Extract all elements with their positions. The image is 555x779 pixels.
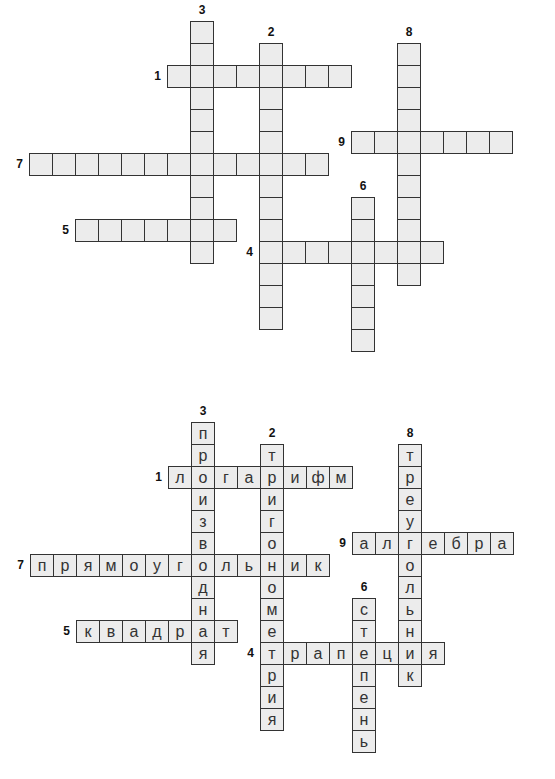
- letter-cell: а: [122, 620, 146, 643]
- grid-cell: [167, 65, 191, 88]
- letter-cell: у: [145, 554, 169, 577]
- grid-cell: [121, 219, 145, 242]
- grid-cell: [236, 153, 260, 176]
- letter-cell: м: [260, 598, 284, 621]
- grid-cell: [190, 219, 214, 242]
- grid-cell: [351, 197, 375, 220]
- grid-cell: [190, 241, 214, 264]
- clue-number: 1: [146, 466, 162, 489]
- clue-number: 5: [54, 620, 70, 643]
- letter-cell: п: [191, 422, 215, 445]
- grid-cell: [259, 131, 283, 154]
- letter-cell: ф: [306, 466, 330, 489]
- grid-cell: [397, 43, 421, 66]
- grid-cell: [397, 197, 421, 220]
- grid-cell: [420, 131, 444, 154]
- letter-cell: я: [421, 642, 445, 665]
- letter-cell: р: [260, 466, 284, 489]
- letter-cell: д: [191, 576, 215, 599]
- letter-cell: я: [191, 642, 215, 665]
- letter-cell: и: [283, 466, 307, 489]
- letter-cell: р: [53, 554, 77, 577]
- letter-cell: р: [168, 620, 192, 643]
- grid-cell: [213, 65, 237, 88]
- grid-cell: [259, 109, 283, 132]
- letter-cell: к: [76, 620, 100, 643]
- grid-cell: [351, 241, 375, 264]
- grid-cell: [328, 241, 352, 264]
- letter-cell: р: [283, 642, 307, 665]
- letter-cell: н: [352, 708, 376, 731]
- letter-cell: ь: [237, 554, 261, 577]
- clue-number: 4: [237, 241, 253, 264]
- grid-cell: [374, 241, 398, 264]
- letter-cell: о: [398, 554, 422, 577]
- grid-cell: [121, 153, 145, 176]
- grid-cell: [374, 131, 398, 154]
- letter-cell: и: [260, 686, 284, 709]
- letter-cell: е: [352, 686, 376, 709]
- clue-number: 6: [351, 179, 375, 194]
- grid-cell: [351, 307, 375, 330]
- letter-cell: л: [214, 554, 238, 577]
- grid-cell: [305, 241, 329, 264]
- letter-cell: ь: [352, 730, 376, 753]
- grid-cell: [98, 219, 122, 242]
- grid-cell: [259, 307, 283, 330]
- letter-cell: т: [398, 444, 422, 467]
- letter-cell: т: [260, 444, 284, 467]
- clue-number: 9: [330, 532, 346, 555]
- grid-cell: [144, 219, 168, 242]
- grid-cell: [167, 153, 191, 176]
- grid-cell: [75, 219, 99, 242]
- clue-number: 3: [191, 404, 215, 419]
- grid-cell: [190, 65, 214, 88]
- letter-cell: л: [375, 532, 399, 555]
- grid-cell: [259, 263, 283, 286]
- clue-number: 6: [352, 580, 376, 595]
- letter-cell: а: [191, 620, 215, 643]
- grid-cell: [420, 241, 444, 264]
- grid-cell: [98, 153, 122, 176]
- grid-cell: [282, 153, 306, 176]
- clue-number: 5: [53, 219, 69, 242]
- letter-cell: п: [30, 554, 54, 577]
- grid-cell: [397, 87, 421, 110]
- letter-cell: я: [260, 708, 284, 731]
- letter-cell: о: [191, 554, 215, 577]
- clue-number: 8: [398, 426, 422, 441]
- letter-cell: т: [260, 642, 284, 665]
- letter-cell: я: [76, 554, 100, 577]
- grid-cell: [259, 197, 283, 220]
- grid-cell: [190, 197, 214, 220]
- letter-cell: е: [260, 620, 284, 643]
- grid-cell: [190, 43, 214, 66]
- letter-cell: р: [398, 466, 422, 489]
- clue-number: 4: [238, 642, 254, 665]
- grid-cell: [397, 219, 421, 242]
- letter-cell: г: [214, 466, 238, 489]
- grid-cell: [190, 21, 214, 44]
- grid-cell: [259, 87, 283, 110]
- clue-number: 3: [190, 3, 214, 18]
- letter-cell: а: [237, 466, 261, 489]
- grid-cell: [328, 65, 352, 88]
- grid-cell: [29, 153, 53, 176]
- letter-cell: и: [283, 554, 307, 577]
- grid-cell: [190, 87, 214, 110]
- letter-cell: к: [398, 664, 422, 687]
- grid-cell: [190, 153, 214, 176]
- letter-cell: д: [145, 620, 169, 643]
- letter-cell: п: [352, 664, 376, 687]
- letter-cell: с: [352, 598, 376, 621]
- letter-cell: п: [329, 642, 353, 665]
- letter-cell: к: [306, 554, 330, 577]
- clue-number: 9: [329, 131, 345, 154]
- letter-cell: т: [214, 620, 238, 643]
- letter-cell: о: [122, 554, 146, 577]
- grid-cell: [259, 175, 283, 198]
- grid-cell: [259, 285, 283, 308]
- letter-cell: а: [352, 532, 376, 555]
- letter-cell: и: [260, 488, 284, 511]
- grid-cell: [259, 43, 283, 66]
- clue-number: 2: [260, 426, 284, 441]
- letter-cell: а: [306, 642, 330, 665]
- grid-cell: [167, 219, 191, 242]
- grid-cell: [213, 153, 237, 176]
- letter-cell: а: [490, 532, 514, 555]
- grid-cell: [75, 153, 99, 176]
- letter-cell: л: [168, 466, 192, 489]
- grid-cell: [466, 131, 490, 154]
- clue-number: 7: [8, 554, 24, 577]
- letter-cell: м: [99, 554, 123, 577]
- letter-cell: е: [398, 488, 422, 511]
- letter-cell: н: [398, 620, 422, 643]
- letter-cell: о: [260, 532, 284, 555]
- letter-cell: е: [352, 642, 376, 665]
- letter-cell: з: [191, 510, 215, 533]
- grid-cell: [190, 175, 214, 198]
- letter-cell: е: [421, 532, 445, 555]
- clue-number: 2: [259, 25, 283, 40]
- grid-cell: [144, 153, 168, 176]
- letter-cell: р: [260, 664, 284, 687]
- grid-cell: [397, 153, 421, 176]
- letter-cell: т: [352, 620, 376, 643]
- grid-cell: [397, 65, 421, 88]
- grid-cell: [259, 153, 283, 176]
- grid-cell: [52, 153, 76, 176]
- letter-cell: н: [191, 598, 215, 621]
- letter-cell: у: [398, 510, 422, 533]
- clue-number: 7: [7, 153, 23, 176]
- clue-number: 1: [145, 65, 161, 88]
- grid-cell: [351, 285, 375, 308]
- letter-cell: м: [329, 466, 353, 489]
- letter-cell: ц: [375, 642, 399, 665]
- letter-cell: и: [191, 488, 215, 511]
- grid-cell: [236, 65, 260, 88]
- grid-cell: [282, 65, 306, 88]
- letter-cell: н: [260, 554, 284, 577]
- grid-cell: [213, 219, 237, 242]
- grid-cell: [351, 131, 375, 154]
- grid-cell: [397, 131, 421, 154]
- letter-cell: б: [444, 532, 468, 555]
- grid-cell: [351, 219, 375, 242]
- letter-cell: о: [191, 466, 215, 489]
- grid-cell: [351, 263, 375, 286]
- grid-cell: [190, 109, 214, 132]
- letter-cell: р: [467, 532, 491, 555]
- grid-cell: [259, 219, 283, 242]
- letter-cell: о: [260, 576, 284, 599]
- clue-number: 8: [397, 25, 421, 40]
- grid-cell: [351, 329, 375, 352]
- grid-cell: [282, 241, 306, 264]
- letter-cell: в: [191, 532, 215, 555]
- grid-cell: [259, 241, 283, 264]
- letter-cell: р: [191, 444, 215, 467]
- grid-cell: [397, 109, 421, 132]
- grid-cell: [190, 131, 214, 154]
- letter-cell: в: [99, 620, 123, 643]
- grid-cell: [397, 241, 421, 264]
- grid-cell: [397, 175, 421, 198]
- grid-cell: [305, 65, 329, 88]
- grid-cell: [397, 263, 421, 286]
- letter-cell: г: [398, 532, 422, 555]
- letter-cell: г: [168, 554, 192, 577]
- grid-cell: [443, 131, 467, 154]
- letter-cell: и: [398, 642, 422, 665]
- grid-cell: [489, 131, 513, 154]
- letter-cell: ь: [398, 598, 422, 621]
- letter-cell: л: [398, 576, 422, 599]
- grid-cell: [305, 153, 329, 176]
- letter-cell: г: [260, 510, 284, 533]
- grid-cell: [259, 65, 283, 88]
